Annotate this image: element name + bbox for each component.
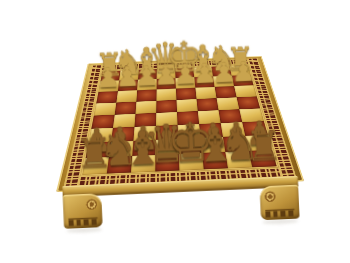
foot-shadow-right — [263, 218, 299, 224]
square-h7: ♟ — [232, 75, 254, 86]
chess-set-photo: ♜♞♝♛♚♝♞♜♟♟♟♟♟♟♟♟♟♟♟♟♟♟♟♟♜♞♝♛♚♝♞♜ — [0, 0, 350, 263]
board-foot-right — [260, 185, 300, 221]
foot-shadow-left — [66, 227, 102, 233]
piece-black-pawn: ♟ — [230, 58, 256, 86]
square-g6 — [215, 86, 237, 98]
square-h6 — [234, 85, 257, 97]
piece-white-rook: ♜ — [244, 124, 283, 167]
board-foot-left — [63, 193, 103, 229]
square-c5 — [135, 101, 156, 114]
square-h5 — [237, 96, 260, 109]
square-a5 — [94, 103, 116, 116]
square-d6 — [156, 89, 176, 101]
square-h1: ♜ — [249, 150, 277, 167]
square-e6 — [176, 88, 197, 100]
chess-board: ♜♞♝♛♚♝♞♜♟♟♟♟♟♟♟♟♟♟♟♟♟♟♟♟♜♞♝♛♚♝♞♜ — [56, 56, 305, 192]
board-grid: ♜♞♝♛♚♝♞♜♟♟♟♟♟♟♟♟♟♟♟♟♟♟♟♟♜♞♝♛♚♝♞♜ — [83, 65, 277, 175]
